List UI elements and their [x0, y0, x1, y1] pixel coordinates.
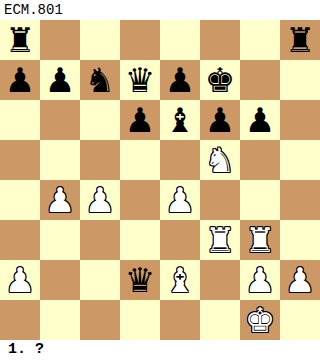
square-g4[interactable]	[240, 180, 280, 220]
square-e6[interactable]: ♝	[160, 100, 200, 140]
square-a2[interactable]: ♟	[0, 260, 40, 300]
square-a6[interactable]	[0, 100, 40, 140]
square-f4[interactable]	[200, 180, 240, 220]
square-h1[interactable]	[280, 300, 320, 340]
square-c5[interactable]	[80, 140, 120, 180]
square-c2[interactable]	[80, 260, 120, 300]
square-d8[interactable]	[120, 20, 160, 60]
square-f2[interactable]	[200, 260, 240, 300]
square-g8[interactable]	[240, 20, 280, 60]
white-pawn: ♟	[40, 180, 80, 220]
square-b2[interactable]	[40, 260, 80, 300]
square-d3[interactable]	[120, 220, 160, 260]
square-a5[interactable]	[0, 140, 40, 180]
square-b3[interactable]	[40, 220, 80, 260]
square-d5[interactable]	[120, 140, 160, 180]
square-f5[interactable]: ♞	[200, 140, 240, 180]
square-c3[interactable]	[80, 220, 120, 260]
square-a3[interactable]	[0, 220, 40, 260]
square-f6[interactable]: ♟	[200, 100, 240, 140]
square-f3[interactable]: ♜	[200, 220, 240, 260]
chess-diagram-window: ECM.801 ♜♜♟♟♞♛♟♚♟♝♟♟♞♟♟♟♜♜♟♛♝♟♟♚ 1. ?	[0, 0, 320, 360]
white-pawn: ♟	[0, 260, 40, 300]
square-d2[interactable]: ♛	[120, 260, 160, 300]
black-pawn: ♟	[200, 100, 240, 140]
black-knight: ♞	[80, 60, 120, 100]
square-e4[interactable]: ♟	[160, 180, 200, 220]
black-rook: ♜	[0, 20, 40, 60]
black-pawn: ♟	[240, 100, 280, 140]
white-pawn: ♟	[80, 180, 120, 220]
square-b8[interactable]	[40, 20, 80, 60]
square-c7[interactable]: ♞	[80, 60, 120, 100]
white-knight: ♞	[200, 140, 240, 180]
square-b1[interactable]	[40, 300, 80, 340]
square-c6[interactable]	[80, 100, 120, 140]
square-h3[interactable]	[280, 220, 320, 260]
square-e7[interactable]: ♟	[160, 60, 200, 100]
square-e1[interactable]	[160, 300, 200, 340]
square-g3[interactable]: ♜	[240, 220, 280, 260]
black-rook: ♜	[280, 20, 320, 60]
move-prompt: 1. ?	[8, 340, 44, 359]
black-pawn: ♟	[160, 60, 200, 100]
chess-board: ♜♜♟♟♞♛♟♚♟♝♟♟♞♟♟♟♜♜♟♛♝♟♟♚	[0, 20, 320, 340]
square-h7[interactable]	[280, 60, 320, 100]
white-bishop: ♝	[160, 260, 200, 300]
square-g7[interactable]	[240, 60, 280, 100]
white-pawn: ♟	[240, 260, 280, 300]
square-a8[interactable]: ♜	[0, 20, 40, 60]
square-h5[interactable]	[280, 140, 320, 180]
square-h4[interactable]	[280, 180, 320, 220]
square-d4[interactable]	[120, 180, 160, 220]
black-bishop: ♝	[160, 100, 200, 140]
square-f7[interactable]: ♚	[200, 60, 240, 100]
square-g5[interactable]	[240, 140, 280, 180]
black-pawn: ♟	[40, 60, 80, 100]
square-e8[interactable]	[160, 20, 200, 60]
white-rook: ♜	[240, 220, 280, 260]
square-h8[interactable]: ♜	[280, 20, 320, 60]
white-rook: ♜	[200, 220, 240, 260]
white-king: ♚	[240, 300, 280, 340]
diagram-title: ECM.801	[4, 1, 63, 19]
square-g2[interactable]: ♟	[240, 260, 280, 300]
square-d6[interactable]: ♟	[120, 100, 160, 140]
square-a1[interactable]	[0, 300, 40, 340]
black-queen: ♛	[120, 260, 160, 300]
square-b7[interactable]: ♟	[40, 60, 80, 100]
white-pawn: ♟	[280, 260, 320, 300]
square-g6[interactable]: ♟	[240, 100, 280, 140]
square-c1[interactable]	[80, 300, 120, 340]
square-b5[interactable]	[40, 140, 80, 180]
square-d1[interactable]	[120, 300, 160, 340]
square-c8[interactable]	[80, 20, 120, 60]
square-g1[interactable]: ♚	[240, 300, 280, 340]
square-e3[interactable]	[160, 220, 200, 260]
black-queen: ♛	[120, 60, 160, 100]
square-d7[interactable]: ♛	[120, 60, 160, 100]
square-h2[interactable]: ♟	[280, 260, 320, 300]
black-king: ♚	[200, 60, 240, 100]
square-e5[interactable]	[160, 140, 200, 180]
black-pawn: ♟	[0, 60, 40, 100]
square-f1[interactable]	[200, 300, 240, 340]
square-b4[interactable]: ♟	[40, 180, 80, 220]
square-h6[interactable]	[280, 100, 320, 140]
white-pawn: ♟	[160, 180, 200, 220]
square-b6[interactable]	[40, 100, 80, 140]
square-a7[interactable]: ♟	[0, 60, 40, 100]
square-e2[interactable]: ♝	[160, 260, 200, 300]
square-f8[interactable]	[200, 20, 240, 60]
square-a4[interactable]	[0, 180, 40, 220]
square-c4[interactable]: ♟	[80, 180, 120, 220]
black-pawn: ♟	[120, 100, 160, 140]
